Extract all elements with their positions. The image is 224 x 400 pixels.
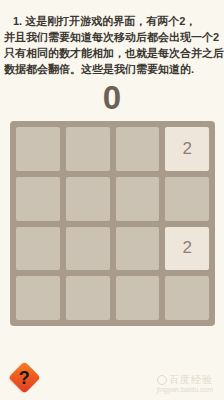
watermark-title: 百度经验: [150, 374, 220, 385]
empty-cell-r1c1: [66, 177, 110, 221]
empty-cell-r0c2: [116, 127, 160, 171]
instruction-line-2: 并且我们需要知道每次移动后都会出现一个2: [4, 29, 222, 45]
watermark-logo-icon: [157, 375, 167, 385]
tile-2-r2c3: 2: [165, 227, 209, 271]
empty-cell-r3c0: [16, 276, 60, 320]
empty-cell-r1c0: [16, 177, 60, 221]
help-button[interactable]: ?: [8, 361, 41, 394]
empty-cell-r3c1: [66, 276, 110, 320]
empty-cell-r0c0: [16, 127, 60, 171]
tile-2-r0c3: 2: [165, 127, 209, 171]
instruction-line-4: 数据都会翻倍。这些是我们需要知道的.: [4, 61, 222, 77]
watermark-url: jingyan.baidu.com: [150, 385, 220, 394]
empty-cell-r1c3: [165, 177, 209, 221]
empty-cell-r2c0: [16, 227, 60, 271]
empty-cell-r1c2: [116, 177, 160, 221]
empty-cell-r0c1: [66, 127, 110, 171]
empty-cell-r3c3: [165, 276, 209, 320]
instruction-line-1: 1. 这是刚打开游戏的界面，有两个2，: [4, 13, 222, 29]
watermark: 百度经验 jingyan.baidu.com: [150, 374, 220, 394]
empty-cell-r2c1: [66, 227, 110, 271]
empty-cell-r3c2: [116, 276, 160, 320]
question-mark-icon: ?: [19, 369, 30, 387]
instruction-line-3: 只有相同的数才能相加，也就是每次合并之后: [4, 45, 222, 61]
board-grid[interactable]: 22: [10, 121, 215, 326]
empty-cell-r2c2: [116, 227, 160, 271]
score-value: 0: [0, 80, 224, 116]
instructions-text: 1. 这是刚打开游戏的界面，有两个2， 并且我们需要知道每次移动后都会出现一个2…: [4, 13, 222, 77]
